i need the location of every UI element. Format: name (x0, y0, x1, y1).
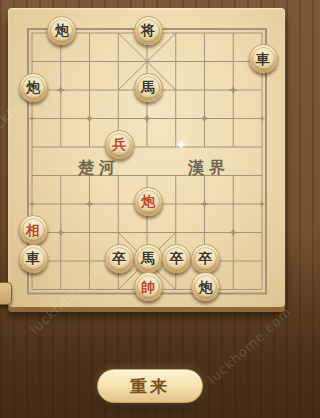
piece-red-相[interactable]: 相 (19, 215, 48, 244)
piece-label: 帥 (141, 280, 155, 294)
piece-label: 卒 (170, 251, 184, 265)
piece-label: 卒 (199, 251, 213, 265)
piece-label: 卒 (112, 251, 126, 265)
piece-label: 馬 (141, 80, 155, 94)
piece-black-炮[interactable]: 炮 (191, 272, 220, 301)
piece-red-帥[interactable]: 帥 (134, 272, 163, 301)
watermark-text: luckhome.com (205, 304, 295, 387)
piece-label: 車 (256, 52, 270, 66)
piece-red-炮[interactable]: 炮 (134, 187, 163, 216)
piece-black-車[interactable]: 車 (249, 44, 278, 73)
piece-black-将[interactable]: 将 (134, 16, 163, 45)
piece-label: 兵 (112, 137, 126, 151)
piece-black-卒[interactable]: 卒 (162, 244, 191, 273)
piece-black-馬[interactable]: 馬 (134, 244, 163, 273)
river-label-han-jie: 漢界 (188, 158, 230, 179)
piece-black-卒[interactable]: 卒 (105, 244, 134, 273)
piece-label: 炮 (26, 80, 40, 94)
game-screen: luckhome.com luckhome.com luckhome.com l… (0, 0, 300, 418)
piece-black-炮[interactable]: 炮 (19, 73, 48, 102)
piece-black-炮[interactable]: 炮 (47, 16, 76, 45)
piece-label: 相 (26, 223, 40, 237)
sparkle-icon: ✦ (176, 138, 186, 152)
piece-label: 車 (26, 251, 40, 265)
piece-label: 馬 (141, 251, 155, 265)
piece-red-兵[interactable]: 兵 (105, 130, 134, 159)
xiangqi-board[interactable]: 楚河 漢界 炮将車炮馬兵炮相車卒馬卒卒帥炮 ✦ (8, 8, 285, 307)
piece-black-車[interactable]: 車 (19, 244, 48, 273)
piece-label: 炮 (141, 194, 155, 208)
piece-label: 将 (141, 23, 155, 37)
piece-black-卒[interactable]: 卒 (191, 244, 220, 273)
piece-label: 炮 (55, 23, 69, 37)
piece-label: 炮 (199, 280, 213, 294)
restart-button[interactable]: 重来 (97, 369, 203, 403)
piece-black-馬[interactable]: 馬 (134, 73, 163, 102)
river-label-chu-he: 楚河 (78, 158, 120, 179)
side-edge-button[interactable] (0, 282, 12, 305)
